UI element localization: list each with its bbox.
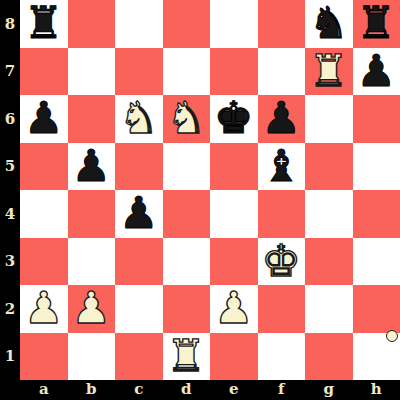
square-d3[interactable] <box>163 238 211 286</box>
rank-label-5: 5 <box>0 143 20 191</box>
square-c4[interactable]: ♟ <box>115 190 163 238</box>
square-d2[interactable] <box>163 285 211 333</box>
file-label-h: h <box>353 380 400 400</box>
white-knight-c6: ♞ <box>119 94 158 142</box>
square-d8[interactable] <box>163 0 211 48</box>
square-a4[interactable] <box>20 190 68 238</box>
rank-label-6: 6 <box>0 95 20 143</box>
square-e8[interactable] <box>210 0 258 48</box>
square-g4[interactable] <box>305 190 353 238</box>
square-c6[interactable]: ♞ <box>115 95 163 143</box>
square-d6[interactable]: ♞ <box>163 95 211 143</box>
file-labels: abcdefgh <box>20 380 400 400</box>
white-king-f3: ♚ <box>262 237 301 285</box>
square-e6[interactable]: ♚ <box>210 95 258 143</box>
square-g7[interactable]: ♜ <box>305 48 353 96</box>
square-a2[interactable]: ♟ <box>20 285 68 333</box>
black-rook-h8: ♜ <box>357 0 396 47</box>
chess-board[interactable]: ♜♞♜♜♟♟♞♞♚♟♟♝♟♚♟♟♟♜ <box>20 0 400 380</box>
square-b6[interactable] <box>68 95 116 143</box>
square-h6[interactable] <box>353 95 400 143</box>
square-c5[interactable] <box>115 143 163 191</box>
square-h7[interactable]: ♟ <box>353 48 400 96</box>
square-f8[interactable] <box>258 0 306 48</box>
square-b3[interactable] <box>68 238 116 286</box>
square-d4[interactable] <box>163 190 211 238</box>
square-a1[interactable] <box>20 333 68 381</box>
file-label-c: c <box>115 380 163 400</box>
square-f7[interactable] <box>258 48 306 96</box>
square-a7[interactable] <box>20 48 68 96</box>
square-f5[interactable]: ♝ <box>258 143 306 191</box>
square-e7[interactable] <box>210 48 258 96</box>
square-e2[interactable]: ♟ <box>210 285 258 333</box>
white-pawn-a2: ♟ <box>24 284 63 332</box>
black-pawn-a6: ♟ <box>24 94 63 142</box>
rank-label-8: 8 <box>0 0 20 48</box>
square-e3[interactable] <box>210 238 258 286</box>
rank-label-3: 3 <box>0 238 20 286</box>
black-rook-a8: ♜ <box>24 0 63 47</box>
square-h4[interactable] <box>353 190 400 238</box>
square-h3[interactable] <box>353 238 400 286</box>
square-b4[interactable] <box>68 190 116 238</box>
square-c1[interactable] <box>115 333 163 381</box>
white-rook-g7: ♜ <box>309 47 348 95</box>
black-bishop-f5: ♝ <box>262 142 301 190</box>
white-to-move-indicator-icon <box>386 330 398 342</box>
white-pawn-e2: ♟ <box>214 284 253 332</box>
square-e5[interactable] <box>210 143 258 191</box>
square-g6[interactable] <box>305 95 353 143</box>
chess-puzzle-screen: 87654321 ♜♞♜♜♟♟♞♞♚♟♟♝♟♚♟♟♟♜ abcdefgh <box>0 0 400 400</box>
black-pawn-b5: ♟ <box>72 142 111 190</box>
square-c8[interactable] <box>115 0 163 48</box>
square-c3[interactable] <box>115 238 163 286</box>
square-f4[interactable] <box>258 190 306 238</box>
square-g2[interactable] <box>305 285 353 333</box>
black-knight-g8: ♞ <box>309 0 348 47</box>
rank-label-1: 1 <box>0 333 20 381</box>
black-pawn-f6: ♟ <box>262 94 301 142</box>
file-label-b: b <box>68 380 116 400</box>
white-pawn-b2: ♟ <box>72 284 111 332</box>
square-d7[interactable] <box>163 48 211 96</box>
square-g5[interactable] <box>305 143 353 191</box>
square-a5[interactable] <box>20 143 68 191</box>
square-d5[interactable] <box>163 143 211 191</box>
square-f3[interactable]: ♚ <box>258 238 306 286</box>
file-label-a: a <box>20 380 68 400</box>
square-f1[interactable] <box>258 333 306 381</box>
square-a8[interactable]: ♜ <box>20 0 68 48</box>
square-b1[interactable] <box>68 333 116 381</box>
square-c7[interactable] <box>115 48 163 96</box>
file-label-f: f <box>258 380 306 400</box>
square-e1[interactable] <box>210 333 258 381</box>
file-label-g: g <box>305 380 353 400</box>
square-b7[interactable] <box>68 48 116 96</box>
black-pawn-c4: ♟ <box>119 189 158 237</box>
square-b2[interactable]: ♟ <box>68 285 116 333</box>
square-f6[interactable]: ♟ <box>258 95 306 143</box>
black-pawn-h7: ♟ <box>357 47 396 95</box>
square-c2[interactable] <box>115 285 163 333</box>
white-rook-d1: ♜ <box>167 332 206 380</box>
square-g1[interactable] <box>305 333 353 381</box>
square-h8[interactable]: ♜ <box>353 0 400 48</box>
square-h2[interactable] <box>353 285 400 333</box>
rank-label-2: 2 <box>0 285 20 333</box>
square-h5[interactable] <box>353 143 400 191</box>
white-knight-d6: ♞ <box>167 94 206 142</box>
rank-label-4: 4 <box>0 190 20 238</box>
square-a3[interactable] <box>20 238 68 286</box>
square-a6[interactable]: ♟ <box>20 95 68 143</box>
square-g3[interactable] <box>305 238 353 286</box>
file-label-d: d <box>163 380 211 400</box>
square-d1[interactable]: ♜ <box>163 333 211 381</box>
rank-label-7: 7 <box>0 48 20 96</box>
file-label-e: e <box>210 380 258 400</box>
square-b8[interactable] <box>68 0 116 48</box>
rank-labels: 87654321 <box>0 0 20 380</box>
square-g8[interactable]: ♞ <box>305 0 353 48</box>
square-b5[interactable]: ♟ <box>68 143 116 191</box>
square-f2[interactable] <box>258 285 306 333</box>
black-king-e6: ♚ <box>214 94 253 142</box>
square-e4[interactable] <box>210 190 258 238</box>
